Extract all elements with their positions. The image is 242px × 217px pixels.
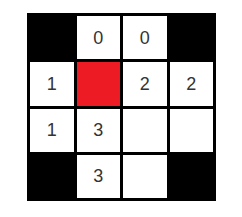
cell-r2c1-clue-1[interactable]: 1 [30, 62, 74, 105]
cell-r4c4-blocked[interactable] [170, 155, 214, 198]
cell-r1c4-blocked[interactable] [170, 16, 214, 59]
cell-r3c4-empty[interactable] [170, 109, 214, 152]
cell-r2c2-red[interactable] [77, 62, 121, 105]
cell-r4c1-blocked[interactable] [30, 155, 74, 198]
cell-r1c2-clue-0[interactable]: 0 [77, 16, 121, 59]
cell-r1c1-blocked[interactable] [30, 16, 74, 59]
cell-r3c2-clue-3[interactable]: 3 [77, 109, 121, 152]
puzzle-board: 00122133 [27, 13, 216, 201]
cell-r4c2-clue-3[interactable]: 3 [77, 155, 121, 198]
cell-r2c4-clue-2[interactable]: 2 [170, 62, 214, 105]
cell-r1c3-clue-0[interactable]: 0 [123, 16, 167, 59]
cell-r3c1-clue-1[interactable]: 1 [30, 109, 74, 152]
cell-r2c3-clue-2[interactable]: 2 [123, 62, 167, 105]
cell-r3c3-empty[interactable] [123, 109, 167, 152]
cell-r4c3-empty[interactable] [123, 155, 167, 198]
